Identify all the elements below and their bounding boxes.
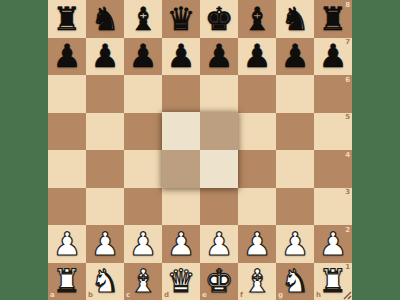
piece-white-pawn[interactable]: ♟ bbox=[276, 225, 314, 263]
piece-black-king[interactable]: ♚ bbox=[200, 0, 238, 38]
piece-black-knight[interactable]: ♞ bbox=[86, 0, 124, 38]
piece-white-queen[interactable]: ♛ bbox=[162, 263, 200, 300]
square-c2[interactable]: ♟ bbox=[124, 225, 162, 263]
piece-white-knight[interactable]: ♞ bbox=[86, 263, 124, 300]
square-a8[interactable]: ♜ bbox=[48, 0, 86, 38]
piece-black-pawn[interactable]: ♟ bbox=[124, 38, 162, 76]
piece-black-pawn[interactable]: ♟ bbox=[276, 38, 314, 76]
square-f5[interactable] bbox=[238, 113, 276, 151]
center-highlight-overlay bbox=[162, 112, 238, 188]
piece-black-pawn[interactable]: ♟ bbox=[238, 38, 276, 76]
square-g2[interactable]: ♟ bbox=[276, 225, 314, 263]
square-b2[interactable]: ♟ bbox=[86, 225, 124, 263]
square-b6[interactable] bbox=[86, 75, 124, 113]
square-b4[interactable] bbox=[86, 150, 124, 188]
square-d3[interactable] bbox=[162, 188, 200, 226]
square-g7[interactable]: ♟ bbox=[276, 38, 314, 76]
square-a7[interactable]: ♟ bbox=[48, 38, 86, 76]
square-h4[interactable] bbox=[314, 150, 352, 188]
square-h2[interactable]: ♟ bbox=[314, 225, 352, 263]
square-d7[interactable]: ♟ bbox=[162, 38, 200, 76]
square-a4[interactable] bbox=[48, 150, 86, 188]
square-e1[interactable]: ♚ bbox=[200, 263, 238, 300]
square-d1[interactable]: ♛ bbox=[162, 263, 200, 300]
piece-white-pawn[interactable]: ♟ bbox=[200, 225, 238, 263]
square-a1[interactable]: ♜ bbox=[48, 263, 86, 300]
square-d6[interactable] bbox=[162, 75, 200, 113]
square-e3[interactable] bbox=[200, 188, 238, 226]
square-f1[interactable]: ♝ bbox=[238, 263, 276, 300]
square-c4[interactable] bbox=[124, 150, 162, 188]
overlay-square-e4 bbox=[200, 150, 238, 188]
piece-black-pawn[interactable]: ♟ bbox=[162, 38, 200, 76]
overlay-square-d4 bbox=[162, 150, 200, 188]
square-f6[interactable] bbox=[238, 75, 276, 113]
square-e7[interactable]: ♟ bbox=[200, 38, 238, 76]
square-g1[interactable]: ♞ bbox=[276, 263, 314, 300]
piece-black-pawn[interactable]: ♟ bbox=[48, 38, 86, 76]
piece-black-pawn[interactable]: ♟ bbox=[200, 38, 238, 76]
square-b3[interactable] bbox=[86, 188, 124, 226]
piece-white-king[interactable]: ♚ bbox=[200, 263, 238, 300]
square-e6[interactable] bbox=[200, 75, 238, 113]
square-g6[interactable] bbox=[276, 75, 314, 113]
piece-black-pawn[interactable]: ♟ bbox=[314, 38, 352, 76]
piece-black-rook[interactable]: ♜ bbox=[48, 0, 86, 38]
overlay-square-e5 bbox=[200, 112, 238, 150]
square-f4[interactable] bbox=[238, 150, 276, 188]
square-f2[interactable]: ♟ bbox=[238, 225, 276, 263]
square-c3[interactable] bbox=[124, 188, 162, 226]
piece-white-knight[interactable]: ♞ bbox=[276, 263, 314, 300]
piece-white-pawn[interactable]: ♟ bbox=[162, 225, 200, 263]
square-h6[interactable] bbox=[314, 75, 352, 113]
square-f3[interactable] bbox=[238, 188, 276, 226]
piece-white-bishop[interactable]: ♝ bbox=[238, 263, 276, 300]
square-g8[interactable]: ♞ bbox=[276, 0, 314, 38]
screen: ♜♞♝♛♚♝♞♜♟♟♟♟♟♟♟♟♟♟♟♟♟♟♟♟♜♞♝♛♚♝♞♜87654321… bbox=[0, 0, 400, 300]
piece-black-rook[interactable]: ♜ bbox=[314, 0, 352, 38]
piece-white-pawn[interactable]: ♟ bbox=[238, 225, 276, 263]
square-b5[interactable] bbox=[86, 113, 124, 151]
piece-white-pawn[interactable]: ♟ bbox=[314, 225, 352, 263]
square-e2[interactable]: ♟ bbox=[200, 225, 238, 263]
board-resize-handle-icon[interactable] bbox=[342, 290, 352, 300]
piece-white-pawn[interactable]: ♟ bbox=[48, 225, 86, 263]
square-c8[interactable]: ♝ bbox=[124, 0, 162, 38]
square-d8[interactable]: ♛ bbox=[162, 0, 200, 38]
square-f7[interactable]: ♟ bbox=[238, 38, 276, 76]
piece-black-pawn[interactable]: ♟ bbox=[86, 38, 124, 76]
square-h3[interactable] bbox=[314, 188, 352, 226]
square-b1[interactable]: ♞ bbox=[86, 263, 124, 300]
piece-white-bishop[interactable]: ♝ bbox=[124, 263, 162, 300]
square-c7[interactable]: ♟ bbox=[124, 38, 162, 76]
square-e8[interactable]: ♚ bbox=[200, 0, 238, 38]
square-g5[interactable] bbox=[276, 113, 314, 151]
piece-black-queen[interactable]: ♛ bbox=[162, 0, 200, 38]
piece-white-pawn[interactable]: ♟ bbox=[86, 225, 124, 263]
square-h7[interactable]: ♟ bbox=[314, 38, 352, 76]
piece-black-knight[interactable]: ♞ bbox=[276, 0, 314, 38]
piece-white-pawn[interactable]: ♟ bbox=[124, 225, 162, 263]
piece-black-bishop[interactable]: ♝ bbox=[238, 0, 276, 38]
piece-black-bishop[interactable]: ♝ bbox=[124, 0, 162, 38]
square-h5[interactable] bbox=[314, 113, 352, 151]
square-d2[interactable]: ♟ bbox=[162, 225, 200, 263]
square-f8[interactable]: ♝ bbox=[238, 0, 276, 38]
square-c6[interactable] bbox=[124, 75, 162, 113]
square-b7[interactable]: ♟ bbox=[86, 38, 124, 76]
square-g4[interactable] bbox=[276, 150, 314, 188]
overlay-square-d5 bbox=[162, 112, 200, 150]
square-b8[interactable]: ♞ bbox=[86, 0, 124, 38]
square-a5[interactable] bbox=[48, 113, 86, 151]
square-a6[interactable] bbox=[48, 75, 86, 113]
square-h8[interactable]: ♜ bbox=[314, 0, 352, 38]
piece-white-rook[interactable]: ♜ bbox=[48, 263, 86, 300]
square-a3[interactable] bbox=[48, 188, 86, 226]
square-a2[interactable]: ♟ bbox=[48, 225, 86, 263]
square-c5[interactable] bbox=[124, 113, 162, 151]
square-c1[interactable]: ♝ bbox=[124, 263, 162, 300]
square-g3[interactable] bbox=[276, 188, 314, 226]
